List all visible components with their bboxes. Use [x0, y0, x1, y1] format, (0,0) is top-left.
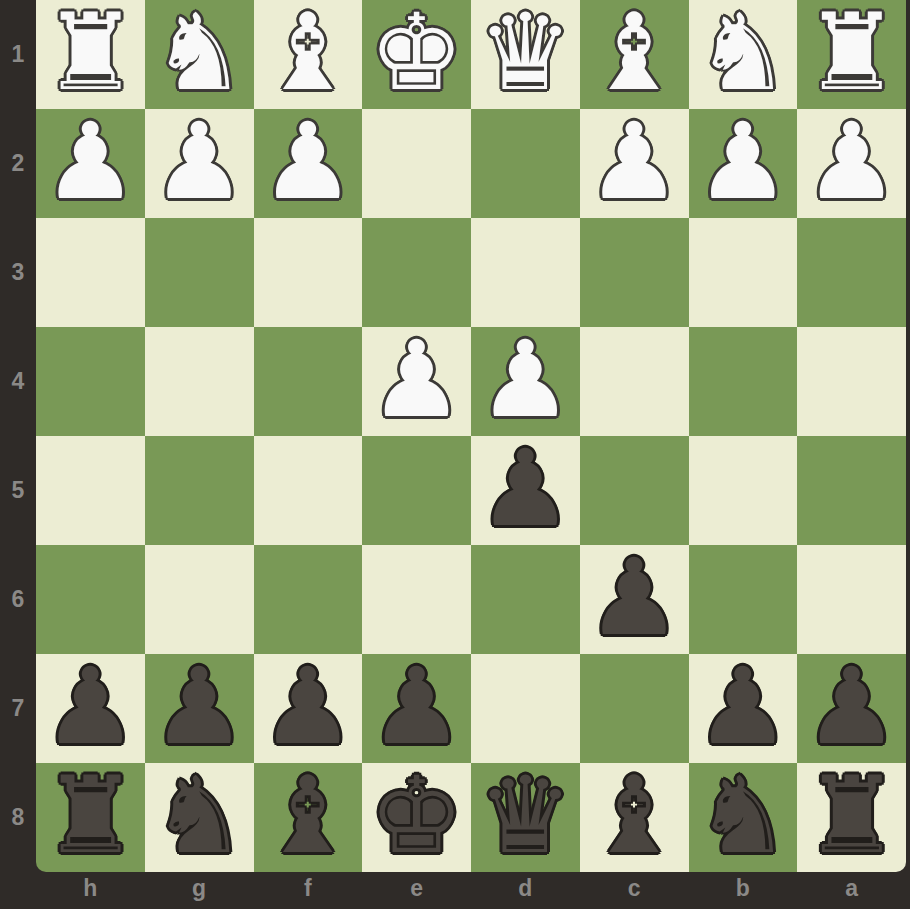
piece-black-pawn[interactable]: ♟ — [804, 652, 899, 761]
piece-white-queen[interactable]: ♛ — [478, 0, 573, 107]
square-g5[interactable] — [145, 436, 254, 545]
piece-black-queen[interactable]: ♛ — [478, 761, 573, 870]
piece-black-pawn[interactable]: ♟ — [587, 543, 682, 652]
square-g2[interactable]: ♟ — [145, 109, 254, 218]
square-e7[interactable]: ♟ — [362, 654, 471, 763]
piece-black-pawn[interactable]: ♟ — [369, 652, 464, 761]
piece-white-king[interactable]: ♚ — [369, 0, 464, 107]
square-b2[interactable]: ♟ — [689, 109, 798, 218]
square-e3[interactable] — [362, 218, 471, 327]
square-f6[interactable] — [254, 545, 363, 654]
file-label-a: a — [797, 872, 906, 909]
square-d3[interactable] — [471, 218, 580, 327]
square-g4[interactable] — [145, 327, 254, 436]
square-a6[interactable] — [797, 545, 906, 654]
chess-app-stage: 12345678 ♜♞♝♚♛♝♞♜♟♟♟♟♟♟♟♟♟♟♟♟♟♟♟♟♜♞♝♚♛♝♞… — [0, 0, 910, 909]
square-h7[interactable]: ♟ — [36, 654, 145, 763]
square-c2[interactable]: ♟ — [580, 109, 689, 218]
rank-label-5: 5 — [0, 436, 36, 545]
square-a2[interactable]: ♟ — [797, 109, 906, 218]
square-b1[interactable]: ♞ — [689, 0, 798, 109]
piece-white-pawn[interactable]: ♟ — [478, 325, 573, 434]
file-label-c: c — [580, 872, 689, 909]
square-b8[interactable]: ♞ — [689, 763, 798, 872]
file-label-e: e — [362, 872, 471, 909]
square-d4[interactable]: ♟ — [471, 327, 580, 436]
piece-white-pawn[interactable]: ♟ — [587, 107, 682, 216]
chess-board: ♜♞♝♚♛♝♞♜♟♟♟♟♟♟♟♟♟♟♟♟♟♟♟♟♜♞♝♚♛♝♞♜ — [36, 0, 906, 872]
square-c7[interactable] — [580, 654, 689, 763]
file-label-g: g — [145, 872, 254, 909]
square-a7[interactable]: ♟ — [797, 654, 906, 763]
file-labels: hgfedcba — [36, 872, 906, 909]
file-label-f: f — [254, 872, 363, 909]
file-label-d: d — [471, 872, 580, 909]
rank-label-8: 8 — [0, 763, 36, 872]
piece-white-pawn[interactable]: ♟ — [152, 107, 247, 216]
square-c3[interactable] — [580, 218, 689, 327]
rank-label-6: 6 — [0, 545, 36, 654]
piece-black-king[interactable]: ♚ — [369, 761, 464, 870]
square-b6[interactable] — [689, 545, 798, 654]
piece-white-pawn[interactable]: ♟ — [260, 107, 355, 216]
square-c8[interactable]: ♝ — [580, 763, 689, 872]
piece-white-rook[interactable]: ♜ — [804, 0, 899, 107]
square-a5[interactable] — [797, 436, 906, 545]
square-e2[interactable] — [362, 109, 471, 218]
square-h4[interactable] — [36, 327, 145, 436]
square-f7[interactable]: ♟ — [254, 654, 363, 763]
square-e8[interactable]: ♚ — [362, 763, 471, 872]
square-f1[interactable]: ♝ — [254, 0, 363, 109]
square-g3[interactable] — [145, 218, 254, 327]
rank-labels: 12345678 — [0, 0, 36, 872]
square-d8[interactable]: ♛ — [471, 763, 580, 872]
square-e5[interactable] — [362, 436, 471, 545]
square-a4[interactable] — [797, 327, 906, 436]
square-g8[interactable]: ♞ — [145, 763, 254, 872]
square-h3[interactable] — [36, 218, 145, 327]
square-b7[interactable]: ♟ — [689, 654, 798, 763]
square-h5[interactable] — [36, 436, 145, 545]
piece-black-rook[interactable]: ♜ — [43, 761, 138, 870]
square-a3[interactable] — [797, 218, 906, 327]
square-h2[interactable]: ♟ — [36, 109, 145, 218]
piece-black-bishop[interactable]: ♝ — [260, 761, 355, 870]
piece-white-knight[interactable]: ♞ — [152, 0, 247, 107]
square-a8[interactable]: ♜ — [797, 763, 906, 872]
square-g6[interactable] — [145, 545, 254, 654]
square-e4[interactable]: ♟ — [362, 327, 471, 436]
square-f3[interactable] — [254, 218, 363, 327]
square-d6[interactable] — [471, 545, 580, 654]
square-b3[interactable] — [689, 218, 798, 327]
piece-white-rook[interactable]: ♜ — [43, 0, 138, 107]
piece-black-pawn[interactable]: ♟ — [260, 652, 355, 761]
square-b5[interactable] — [689, 436, 798, 545]
piece-white-pawn[interactable]: ♟ — [369, 325, 464, 434]
piece-black-bishop[interactable]: ♝ — [587, 761, 682, 870]
square-g1[interactable]: ♞ — [145, 0, 254, 109]
square-f5[interactable] — [254, 436, 363, 545]
square-h8[interactable]: ♜ — [36, 763, 145, 872]
rank-label-7: 7 — [0, 654, 36, 763]
square-c5[interactable] — [580, 436, 689, 545]
square-b4[interactable] — [689, 327, 798, 436]
piece-white-pawn[interactable]: ♟ — [43, 107, 138, 216]
square-d1[interactable]: ♛ — [471, 0, 580, 109]
piece-white-pawn[interactable]: ♟ — [695, 107, 790, 216]
piece-black-knight[interactable]: ♞ — [695, 761, 790, 870]
square-f8[interactable]: ♝ — [254, 763, 363, 872]
square-c6[interactable]: ♟ — [580, 545, 689, 654]
file-label-b: b — [689, 872, 798, 909]
rank-label-1: 1 — [0, 0, 36, 109]
file-label-h: h — [36, 872, 145, 909]
piece-white-pawn[interactable]: ♟ — [804, 107, 899, 216]
rank-label-4: 4 — [0, 327, 36, 436]
square-c4[interactable] — [580, 327, 689, 436]
piece-black-pawn[interactable]: ♟ — [478, 434, 573, 543]
piece-black-pawn[interactable]: ♟ — [152, 652, 247, 761]
piece-white-bishop[interactable]: ♝ — [260, 0, 355, 107]
square-f4[interactable] — [254, 327, 363, 436]
rank-label-2: 2 — [0, 109, 36, 218]
square-d5[interactable]: ♟ — [471, 436, 580, 545]
square-e1[interactable]: ♚ — [362, 0, 471, 109]
square-d7[interactable] — [471, 654, 580, 763]
square-g7[interactable]: ♟ — [145, 654, 254, 763]
piece-black-pawn[interactable]: ♟ — [43, 652, 138, 761]
square-d2[interactable] — [471, 109, 580, 218]
square-e6[interactable] — [362, 545, 471, 654]
rank-label-3: 3 — [0, 218, 36, 327]
piece-white-knight[interactable]: ♞ — [695, 0, 790, 107]
square-h6[interactable] — [36, 545, 145, 654]
square-f2[interactable]: ♟ — [254, 109, 363, 218]
piece-black-pawn[interactable]: ♟ — [695, 652, 790, 761]
piece-black-knight[interactable]: ♞ — [152, 761, 247, 870]
square-c1[interactable]: ♝ — [580, 0, 689, 109]
square-a1[interactable]: ♜ — [797, 0, 906, 109]
square-h1[interactable]: ♜ — [36, 0, 145, 109]
piece-white-bishop[interactable]: ♝ — [587, 0, 682, 107]
piece-black-rook[interactable]: ♜ — [804, 761, 899, 870]
